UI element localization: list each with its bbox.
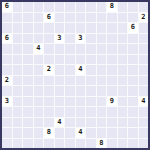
grid-cell[interactable] bbox=[23, 107, 33, 117]
grid-cell[interactable] bbox=[86, 34, 96, 44]
grid-cell[interactable] bbox=[13, 139, 23, 149]
clue-cell[interactable]: 2 bbox=[2, 76, 12, 86]
grid-cell[interactable] bbox=[2, 107, 12, 117]
clue-cell[interactable]: 4 bbox=[76, 65, 86, 75]
grid-cell[interactable] bbox=[65, 23, 75, 33]
grid-cell[interactable] bbox=[128, 118, 138, 128]
grid-cell[interactable] bbox=[44, 76, 54, 86]
grid-cell[interactable] bbox=[128, 97, 138, 107]
grid-cell[interactable] bbox=[2, 118, 12, 128]
grid-cell[interactable] bbox=[107, 86, 117, 96]
grid-cell[interactable] bbox=[65, 139, 75, 149]
grid-cell[interactable] bbox=[44, 2, 54, 12]
grid-cell[interactable] bbox=[23, 23, 33, 33]
grid-cell[interactable] bbox=[107, 23, 117, 33]
grid-cell[interactable] bbox=[2, 55, 12, 65]
grid-cell[interactable] bbox=[23, 118, 33, 128]
grid-cell[interactable] bbox=[139, 76, 149, 86]
grid-cell[interactable] bbox=[118, 76, 128, 86]
grid-cell[interactable] bbox=[23, 2, 33, 12]
grid-cell[interactable] bbox=[128, 86, 138, 96]
grid-cell[interactable] bbox=[139, 86, 149, 96]
grid-cell[interactable] bbox=[97, 128, 107, 138]
grid-cell[interactable] bbox=[13, 65, 23, 75]
grid-cell[interactable] bbox=[128, 65, 138, 75]
grid-cell[interactable] bbox=[65, 44, 75, 54]
grid-cell[interactable] bbox=[76, 139, 86, 149]
grid-cell[interactable] bbox=[86, 86, 96, 96]
grid-cell[interactable] bbox=[44, 139, 54, 149]
grid-cell[interactable] bbox=[2, 23, 12, 33]
grid-cell[interactable] bbox=[118, 118, 128, 128]
grid-cell[interactable] bbox=[139, 23, 149, 33]
clue-cell[interactable]: 2 bbox=[139, 13, 149, 23]
grid-cell[interactable] bbox=[13, 118, 23, 128]
grid-cell[interactable] bbox=[13, 76, 23, 86]
grid-cell[interactable] bbox=[34, 55, 44, 65]
grid-cell[interactable] bbox=[55, 97, 65, 107]
grid-cell[interactable] bbox=[13, 107, 23, 117]
grid-cell[interactable] bbox=[55, 13, 65, 23]
grid-cell[interactable] bbox=[65, 55, 75, 65]
grid-cell[interactable] bbox=[65, 2, 75, 12]
grid-cell[interactable] bbox=[2, 128, 12, 138]
grid-cell[interactable] bbox=[13, 23, 23, 33]
grid-cell[interactable] bbox=[118, 107, 128, 117]
clue-cell[interactable]: 3 bbox=[55, 34, 65, 44]
grid-cell[interactable] bbox=[118, 34, 128, 44]
grid-cell[interactable] bbox=[34, 86, 44, 96]
grid-cell[interactable] bbox=[118, 55, 128, 65]
grid-cell[interactable] bbox=[34, 107, 44, 117]
grid-cell[interactable] bbox=[23, 65, 33, 75]
grid-cell[interactable] bbox=[86, 23, 96, 33]
grid-cell[interactable] bbox=[76, 23, 86, 33]
clue-cell[interactable]: 6 bbox=[44, 13, 54, 23]
grid-cell[interactable] bbox=[13, 86, 23, 96]
grid-cell[interactable] bbox=[13, 55, 23, 65]
grid-cell[interactable] bbox=[65, 86, 75, 96]
grid-cell[interactable] bbox=[86, 107, 96, 117]
grid-cell[interactable] bbox=[13, 44, 23, 54]
grid-cell[interactable] bbox=[97, 44, 107, 54]
grid-cell[interactable] bbox=[55, 76, 65, 86]
grid-cell[interactable] bbox=[65, 107, 75, 117]
clue-cell[interactable]: 8 bbox=[44, 128, 54, 138]
grid-cell[interactable] bbox=[128, 34, 138, 44]
clue-cell[interactable]: 8 bbox=[107, 2, 117, 12]
grid-cell[interactable] bbox=[107, 76, 117, 86]
clue-cell[interactable]: 4 bbox=[55, 118, 65, 128]
clue-cell[interactable]: 9 bbox=[107, 97, 117, 107]
grid-cell[interactable] bbox=[23, 128, 33, 138]
grid-cell[interactable] bbox=[118, 86, 128, 96]
grid-cell[interactable] bbox=[118, 128, 128, 138]
clue-cell[interactable]: 6 bbox=[2, 2, 12, 12]
grid-cell[interactable] bbox=[139, 34, 149, 44]
grid-cell[interactable] bbox=[128, 76, 138, 86]
grid-cell[interactable] bbox=[128, 128, 138, 138]
grid-cell[interactable] bbox=[34, 139, 44, 149]
grid-cell[interactable] bbox=[23, 44, 33, 54]
grid-cell[interactable] bbox=[118, 13, 128, 23]
clue-cell[interactable]: 3 bbox=[2, 97, 12, 107]
clue-cell[interactable]: 3 bbox=[76, 34, 86, 44]
clue-cell[interactable]: 4 bbox=[34, 44, 44, 54]
grid-cell[interactable] bbox=[97, 97, 107, 107]
grid-cell[interactable] bbox=[34, 76, 44, 86]
grid-cell[interactable] bbox=[55, 139, 65, 149]
grid-cell[interactable] bbox=[34, 13, 44, 23]
grid-cell[interactable] bbox=[97, 23, 107, 33]
grid-cell[interactable] bbox=[2, 139, 12, 149]
grid-cell[interactable] bbox=[76, 76, 86, 86]
grid-cell[interactable] bbox=[107, 118, 117, 128]
grid-cell[interactable] bbox=[128, 13, 138, 23]
grid-cell[interactable] bbox=[139, 128, 149, 138]
grid-cell[interactable] bbox=[2, 44, 12, 54]
grid-cell[interactable] bbox=[65, 128, 75, 138]
grid-cell[interactable] bbox=[34, 128, 44, 138]
grid-cell[interactable] bbox=[65, 118, 75, 128]
grid-cell[interactable] bbox=[86, 44, 96, 54]
grid-cell[interactable] bbox=[23, 55, 33, 65]
grid-cell[interactable] bbox=[86, 128, 96, 138]
grid-cell[interactable] bbox=[65, 97, 75, 107]
grid-cell[interactable] bbox=[44, 23, 54, 33]
grid-cell[interactable] bbox=[139, 139, 149, 149]
grid-cell[interactable] bbox=[13, 13, 23, 23]
grid-cell[interactable] bbox=[13, 2, 23, 12]
grid-cell[interactable] bbox=[107, 34, 117, 44]
grid-cell[interactable] bbox=[139, 118, 149, 128]
grid-cell[interactable] bbox=[34, 2, 44, 12]
grid-cell[interactable] bbox=[23, 97, 33, 107]
grid-cell[interactable] bbox=[55, 107, 65, 117]
grid-cell[interactable] bbox=[23, 13, 33, 23]
grid-cell[interactable] bbox=[44, 97, 54, 107]
grid-cell[interactable] bbox=[44, 107, 54, 117]
grid-cell[interactable] bbox=[86, 76, 96, 86]
grid-cell[interactable] bbox=[34, 23, 44, 33]
clue-cell[interactable]: 2 bbox=[44, 65, 54, 75]
grid-cell[interactable] bbox=[23, 34, 33, 44]
grid-cell[interactable] bbox=[34, 118, 44, 128]
grid-cell[interactable] bbox=[97, 76, 107, 86]
grid-cell[interactable] bbox=[107, 107, 117, 117]
grid-cell[interactable] bbox=[107, 139, 117, 149]
grid-cell[interactable] bbox=[2, 86, 12, 96]
grid-cell[interactable] bbox=[107, 65, 117, 75]
clue-cell[interactable]: 8 bbox=[97, 139, 107, 149]
clue-cell[interactable]: 4 bbox=[139, 97, 149, 107]
grid-cell[interactable] bbox=[34, 97, 44, 107]
grid-cell[interactable] bbox=[128, 44, 138, 54]
grid-cell[interactable] bbox=[118, 44, 128, 54]
grid-cell[interactable] bbox=[128, 2, 138, 12]
grid-cell[interactable] bbox=[2, 65, 12, 75]
grid-cell[interactable] bbox=[2, 13, 12, 23]
grid-cell[interactable] bbox=[107, 44, 117, 54]
grid-cell[interactable] bbox=[128, 55, 138, 65]
grid-cell[interactable] bbox=[65, 65, 75, 75]
grid-cell[interactable] bbox=[55, 128, 65, 138]
grid-cell[interactable] bbox=[23, 76, 33, 86]
clue-cell[interactable]: 4 bbox=[76, 128, 86, 138]
grid-cell[interactable] bbox=[118, 139, 128, 149]
grid-cell[interactable] bbox=[86, 2, 96, 12]
grid-cell[interactable] bbox=[65, 76, 75, 86]
grid-cell[interactable] bbox=[65, 13, 75, 23]
grid-cell[interactable] bbox=[65, 34, 75, 44]
grid-cell[interactable] bbox=[55, 23, 65, 33]
grid-cell[interactable] bbox=[86, 65, 96, 75]
grid-cell[interactable] bbox=[23, 139, 33, 149]
grid-cell[interactable] bbox=[44, 55, 54, 65]
puzzle-grid: 6862663342423944848 bbox=[2, 2, 148, 148]
grid-cell[interactable] bbox=[55, 44, 65, 54]
grid-cell[interactable] bbox=[107, 128, 117, 138]
grid-cell[interactable] bbox=[86, 55, 96, 65]
grid-cell[interactable] bbox=[23, 86, 33, 96]
clue-cell[interactable]: 6 bbox=[128, 23, 138, 33]
grid-cell[interactable] bbox=[139, 2, 149, 12]
grid-cell[interactable] bbox=[86, 97, 96, 107]
grid-cell[interactable] bbox=[97, 65, 107, 75]
grid-cell[interactable] bbox=[107, 55, 117, 65]
grid-cell[interactable] bbox=[97, 86, 107, 96]
grid-cell[interactable] bbox=[107, 13, 117, 23]
clue-cell[interactable]: 6 bbox=[2, 34, 12, 44]
grid-cell[interactable] bbox=[128, 107, 138, 117]
grid-cell[interactable] bbox=[97, 13, 107, 23]
grid-cell[interactable] bbox=[34, 34, 44, 44]
grid-cell[interactable] bbox=[76, 97, 86, 107]
grid-cell[interactable] bbox=[55, 65, 65, 75]
grid-cell[interactable] bbox=[44, 34, 54, 44]
grid-cell[interactable] bbox=[55, 2, 65, 12]
grid-cell[interactable] bbox=[13, 97, 23, 107]
grid-cell[interactable] bbox=[97, 118, 107, 128]
grid-cell[interactable] bbox=[44, 44, 54, 54]
grid-cell[interactable] bbox=[86, 118, 96, 128]
grid-cell[interactable] bbox=[55, 86, 65, 96]
grid-cell[interactable] bbox=[118, 97, 128, 107]
grid-cell[interactable] bbox=[97, 34, 107, 44]
grid-cell[interactable] bbox=[86, 13, 96, 23]
grid-cell[interactable] bbox=[55, 55, 65, 65]
grid-cell[interactable] bbox=[97, 2, 107, 12]
grid-cell[interactable] bbox=[139, 107, 149, 117]
grid-cell[interactable] bbox=[76, 55, 86, 65]
grid-cell[interactable] bbox=[139, 65, 149, 75]
grid-cell[interactable] bbox=[97, 55, 107, 65]
grid-cell[interactable] bbox=[34, 65, 44, 75]
grid-cell[interactable] bbox=[76, 118, 86, 128]
grid-cell[interactable] bbox=[118, 65, 128, 75]
grid-cell[interactable] bbox=[76, 86, 86, 96]
grid-cell[interactable] bbox=[44, 86, 54, 96]
grid-cell[interactable] bbox=[97, 107, 107, 117]
grid-cell[interactable] bbox=[118, 23, 128, 33]
grid-cell[interactable] bbox=[13, 128, 23, 138]
grid-cell[interactable] bbox=[13, 34, 23, 44]
grid-cell[interactable] bbox=[139, 55, 149, 65]
puzzle-board: 6862663342423944848 bbox=[0, 0, 150, 150]
grid-cell[interactable] bbox=[76, 13, 86, 23]
grid-cell[interactable] bbox=[76, 44, 86, 54]
grid-cell[interactable] bbox=[139, 44, 149, 54]
grid-cell[interactable] bbox=[128, 139, 138, 149]
grid-cell[interactable] bbox=[76, 2, 86, 12]
grid-cell[interactable] bbox=[86, 139, 96, 149]
grid-cell[interactable] bbox=[118, 2, 128, 12]
grid-cell[interactable] bbox=[76, 107, 86, 117]
grid-cell[interactable] bbox=[44, 118, 54, 128]
